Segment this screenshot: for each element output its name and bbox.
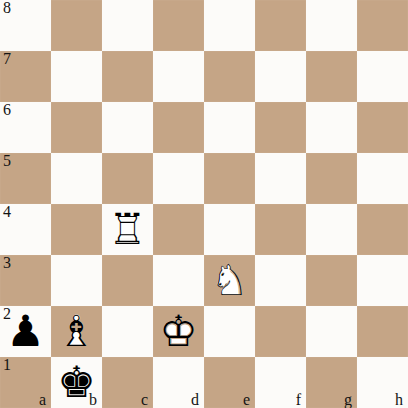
square-b3[interactable]: [51, 255, 102, 306]
rank-label-8: 8: [3, 0, 11, 17]
square-h7[interactable]: [357, 51, 408, 102]
square-f4[interactable]: [255, 204, 306, 255]
square-e5[interactable]: [204, 153, 255, 204]
square-b6[interactable]: [51, 102, 102, 153]
square-d5[interactable]: [153, 153, 204, 204]
square-d7[interactable]: [153, 51, 204, 102]
square-h6[interactable]: [357, 102, 408, 153]
rank-label-4: 4: [3, 203, 11, 221]
square-g1[interactable]: g: [306, 357, 357, 408]
square-h2[interactable]: [357, 306, 408, 357]
black-pawn-piece[interactable]: ♟: [0, 306, 51, 357]
square-a2[interactable]: 2♟: [0, 306, 51, 357]
square-e2[interactable]: [204, 306, 255, 357]
square-b1[interactable]: b♚: [51, 357, 102, 408]
rank-label-6: 6: [3, 101, 11, 119]
square-b4[interactable]: [51, 204, 102, 255]
square-a4[interactable]: 4: [0, 204, 51, 255]
square-b2[interactable]: ♝♗: [51, 306, 102, 357]
white-rook-piece[interactable]: ♜♖: [102, 204, 153, 255]
square-g7[interactable]: [306, 51, 357, 102]
rank-label-7: 7: [3, 50, 11, 68]
square-d1[interactable]: d: [153, 357, 204, 408]
square-f3[interactable]: [255, 255, 306, 306]
square-c6[interactable]: [102, 102, 153, 153]
square-c1[interactable]: c: [102, 357, 153, 408]
white-knight-outline: ♘: [204, 255, 255, 306]
rank-label-5: 5: [3, 152, 11, 170]
file-label-f: f: [296, 391, 301, 408]
white-king-outline: ♔: [153, 306, 204, 357]
square-e8[interactable]: [204, 0, 255, 51]
file-label-c: c: [141, 391, 148, 408]
white-bishop-outline: ♗: [51, 306, 102, 357]
file-label-d: d: [191, 391, 199, 408]
square-e6[interactable]: [204, 102, 255, 153]
square-c3[interactable]: [102, 255, 153, 306]
square-g3[interactable]: [306, 255, 357, 306]
square-g6[interactable]: [306, 102, 357, 153]
square-g8[interactable]: [306, 0, 357, 51]
square-h5[interactable]: [357, 153, 408, 204]
square-h1[interactable]: h: [357, 357, 408, 408]
square-d2[interactable]: ♚♔: [153, 306, 204, 357]
square-d8[interactable]: [153, 0, 204, 51]
square-c7[interactable]: [102, 51, 153, 102]
square-c8[interactable]: [102, 0, 153, 51]
square-a8[interactable]: 8: [0, 0, 51, 51]
square-c5[interactable]: [102, 153, 153, 204]
square-a7[interactable]: 7: [0, 51, 51, 102]
square-f6[interactable]: [255, 102, 306, 153]
rank-label-1: 1: [3, 356, 11, 374]
square-f7[interactable]: [255, 51, 306, 102]
square-c2[interactable]: [102, 306, 153, 357]
square-b8[interactable]: [51, 0, 102, 51]
square-f5[interactable]: [255, 153, 306, 204]
square-h3[interactable]: [357, 255, 408, 306]
square-g4[interactable]: [306, 204, 357, 255]
square-d4[interactable]: [153, 204, 204, 255]
square-a5[interactable]: 5: [0, 153, 51, 204]
square-f2[interactable]: [255, 306, 306, 357]
square-a6[interactable]: 6: [0, 102, 51, 153]
square-d6[interactable]: [153, 102, 204, 153]
file-label-e: e: [243, 391, 250, 408]
square-e3[interactable]: ♞♘: [204, 255, 255, 306]
white-bishop-piece[interactable]: ♝♗: [51, 306, 102, 357]
square-d3[interactable]: [153, 255, 204, 306]
square-b7[interactable]: [51, 51, 102, 102]
square-g2[interactable]: [306, 306, 357, 357]
rank-label-3: 3: [3, 254, 11, 272]
chessboard: 87654♜♖3♞♘2♟♝♗♚♔1ab♚cdefgh: [0, 0, 408, 408]
file-label-h: h: [395, 391, 403, 408]
white-rook-outline: ♖: [102, 204, 153, 255]
square-f1[interactable]: f: [255, 357, 306, 408]
square-h4[interactable]: [357, 204, 408, 255]
square-c4[interactable]: ♜♖: [102, 204, 153, 255]
black-king-glyph: ♚: [51, 357, 102, 408]
file-label-g: g: [344, 391, 352, 408]
square-a1[interactable]: 1a: [0, 357, 51, 408]
square-h8[interactable]: [357, 0, 408, 51]
square-a3[interactable]: 3: [0, 255, 51, 306]
square-g5[interactable]: [306, 153, 357, 204]
white-knight-piece[interactable]: ♞♘: [204, 255, 255, 306]
square-e4[interactable]: [204, 204, 255, 255]
square-f8[interactable]: [255, 0, 306, 51]
file-label-a: a: [39, 391, 46, 408]
square-e1[interactable]: e: [204, 357, 255, 408]
white-king-piece[interactable]: ♚♔: [153, 306, 204, 357]
square-b5[interactable]: [51, 153, 102, 204]
square-e7[interactable]: [204, 51, 255, 102]
black-king-piece[interactable]: ♚: [51, 357, 102, 408]
black-pawn-glyph: ♟: [0, 306, 51, 357]
